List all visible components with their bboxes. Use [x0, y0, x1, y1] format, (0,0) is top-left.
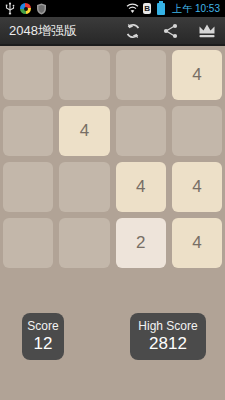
- cell-r1c2: [59, 50, 109, 100]
- tile-4-r1c4: 4: [172, 50, 222, 100]
- high-score-label: High Score: [138, 318, 197, 334]
- cell-r4c1: [3, 218, 53, 268]
- high-score-value: 2812: [149, 334, 187, 354]
- tile-4-r3c4: 4: [172, 162, 222, 212]
- cell-r1c1: [3, 50, 53, 100]
- cell-r1c3: [116, 50, 166, 100]
- action-bar-buttons: [124, 22, 216, 40]
- high-score-box: High Score 2812: [130, 313, 206, 360]
- shield-icon: [36, 3, 47, 15]
- tile-4-r2c2: 4: [59, 106, 109, 156]
- usb-icon: [5, 2, 15, 15]
- battery-icon: [157, 3, 165, 15]
- status-bar-left: [5, 2, 47, 15]
- refresh-button[interactable]: [124, 22, 142, 40]
- cell-r2c1: [3, 106, 53, 156]
- cell-r2c3: [116, 106, 166, 156]
- game-area: 444424 Score 12 High Score 2812: [0, 46, 225, 400]
- cell-r2c4: [172, 106, 222, 156]
- share-button[interactable]: [161, 22, 179, 40]
- score-value: 12: [34, 334, 53, 354]
- wifi-icon: [126, 3, 139, 14]
- cell-r4c2: [59, 218, 109, 268]
- action-bar: 2048增强版: [0, 17, 225, 46]
- tile-2-r4c3: 2: [116, 218, 166, 268]
- status-bar: B 上午 10:53: [0, 0, 225, 17]
- cell-r3c2: [59, 162, 109, 212]
- sim-badge-icon: B: [143, 3, 151, 14]
- app-title: 2048增强版: [9, 22, 77, 40]
- crown-button[interactable]: [198, 22, 216, 40]
- cell-r3c1: [3, 162, 53, 212]
- status-bar-right: B 上午 10:53: [126, 3, 220, 15]
- score-label: Score: [27, 318, 58, 334]
- board-grid[interactable]: 444424: [0, 46, 225, 271]
- tile-4-r3c3: 4: [116, 162, 166, 212]
- app-screen: B 上午 10:53 2048增强版 444424: [0, 0, 225, 400]
- status-bar-clock: 上午 10:53: [172, 4, 220, 14]
- score-box: Score 12: [22, 313, 64, 360]
- pinwheel-app-icon: [20, 3, 31, 14]
- tile-4-r4c4: 4: [172, 218, 222, 268]
